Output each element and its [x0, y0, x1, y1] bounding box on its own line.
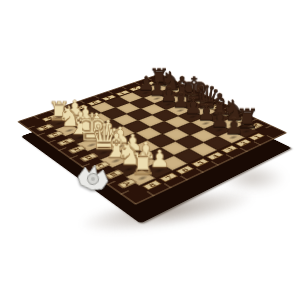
pieces-layer: ♜♟♟♜♞♟♟♞♝♟♟♝♚♟♟♚♛♟♟♛♝♟♟♝♞♟♟♞♜♟♟♜	[29, 78, 274, 196]
pawn-glyph-icon: ♟	[224, 117, 243, 138]
piece-black-pawn: ♟	[224, 116, 244, 138]
metal-clasp-icon	[66, 152, 121, 207]
rook-glyph-icon: ♜	[130, 151, 157, 179]
piece-white-rook: ♜	[132, 149, 154, 179]
chess-set-photo: 87654321HHGGFFEEDDCCBBAA87654321 ♜♟♟♜♞♟♟…	[0, 0, 300, 300]
